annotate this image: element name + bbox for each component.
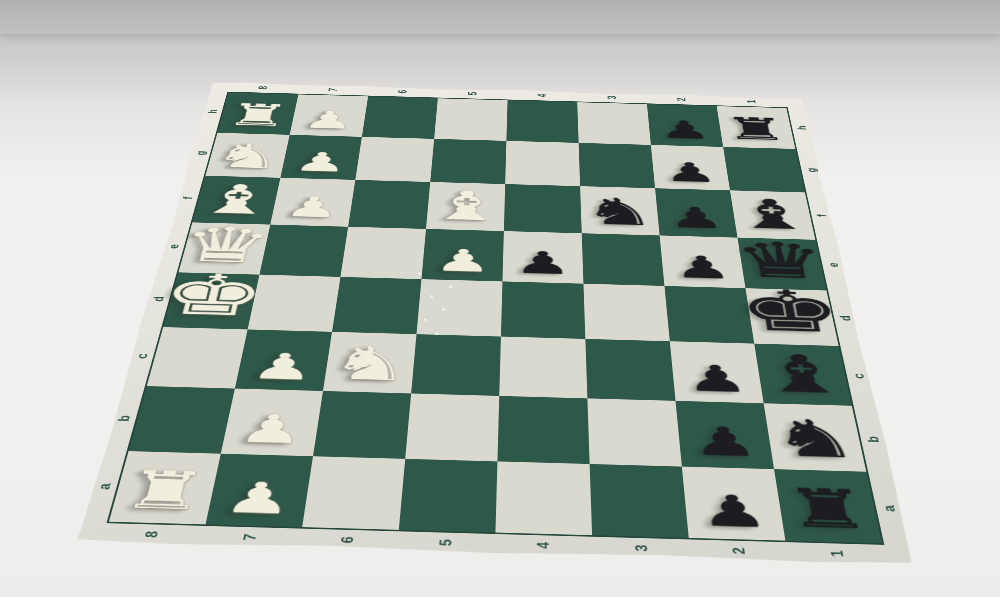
square-c7[interactable]: ♟ <box>235 329 332 391</box>
square-f2[interactable]: ♟ <box>655 188 737 237</box>
black-pawn[interactable]: ♟ <box>690 422 759 461</box>
square-h6[interactable] <box>362 96 438 138</box>
square-f3[interactable]: ♞ <box>580 186 659 235</box>
square-h2[interactable]: ♟ <box>647 104 723 147</box>
square-e5[interactable]: ♟ <box>421 229 503 282</box>
square-a7[interactable]: ♟ <box>206 453 314 527</box>
square-c2[interactable]: ♟ <box>670 341 764 403</box>
white-bishop[interactable]: ♝ <box>193 180 281 220</box>
white-pawn[interactable]: ♟ <box>282 193 342 221</box>
square-d5[interactable] <box>417 279 503 336</box>
board-grid: ♜♟♟♜♞♟♟♝♟♝♞♟♝♛♟♟♟♛♚♚♟♞♟♝♟♟♞♜♟♟♜ <box>106 92 884 545</box>
square-c5[interactable] <box>411 334 501 396</box>
square-g4[interactable] <box>505 141 580 186</box>
white-pawn[interactable]: ♟ <box>221 477 296 520</box>
chessboard: 87654321 87654321 hgfedcba hgfedcba ♜♟♟♜… <box>75 81 915 565</box>
square-g8[interactable]: ♞ <box>205 133 289 178</box>
square-g7[interactable]: ♟ <box>280 135 362 180</box>
square-f4[interactable] <box>504 184 582 233</box>
black-pawn[interactable]: ♟ <box>667 204 725 232</box>
square-h3[interactable] <box>577 102 651 144</box>
square-b4[interactable] <box>497 396 589 464</box>
white-bishop[interactable]: ♝ <box>426 186 506 226</box>
white-pawn[interactable]: ♟ <box>301 108 356 132</box>
square-c8[interactable] <box>147 327 248 389</box>
square-a6[interactable] <box>302 456 405 530</box>
square-c4[interactable] <box>499 336 587 398</box>
square-d3[interactable] <box>583 284 669 341</box>
square-a4[interactable] <box>495 461 592 535</box>
square-f6[interactable] <box>348 180 430 229</box>
board-rotation-wrap: 87654321 87654321 hgfedcba hgfedcba ♜♟♟♜… <box>62 0 958 597</box>
white-knight[interactable]: ♞ <box>327 341 413 387</box>
white-rook[interactable]: ♜ <box>223 101 292 131</box>
square-f7[interactable]: ♟ <box>270 178 355 227</box>
square-d4[interactable] <box>501 281 585 338</box>
square-b5[interactable] <box>405 393 499 461</box>
square-a1[interactable]: ♜ <box>774 469 882 544</box>
square-a8[interactable]: ♜ <box>109 451 221 525</box>
white-rook[interactable]: ♜ <box>117 465 212 517</box>
black-pawn[interactable]: ♟ <box>514 248 572 278</box>
square-h7[interactable]: ♟ <box>290 94 368 136</box>
square-g5[interactable] <box>430 139 506 184</box>
black-bishop[interactable]: ♝ <box>730 194 815 234</box>
square-e6[interactable] <box>340 226 426 279</box>
square-b6[interactable] <box>313 391 411 459</box>
square-h8[interactable]: ♜ <box>217 92 298 134</box>
square-a5[interactable] <box>399 458 498 532</box>
black-knight[interactable]: ♞ <box>768 414 861 465</box>
black-rook[interactable]: ♜ <box>782 483 875 536</box>
square-b7[interactable]: ♟ <box>221 389 323 456</box>
square-h1[interactable]: ♜ <box>717 106 796 149</box>
square-h4[interactable] <box>506 100 578 142</box>
square-c3[interactable] <box>585 339 675 401</box>
square-d8[interactable]: ♚ <box>163 272 259 329</box>
square-h5[interactable] <box>434 98 507 140</box>
square-b1[interactable]: ♞ <box>764 403 867 471</box>
square-g6[interactable] <box>355 137 434 182</box>
white-pawn[interactable]: ♟ <box>433 245 492 275</box>
square-g3[interactable] <box>579 143 655 189</box>
square-c1[interactable]: ♝ <box>754 343 852 405</box>
black-rook[interactable]: ♜ <box>722 114 790 144</box>
square-g1[interactable] <box>723 147 805 193</box>
black-pawn[interactable]: ♟ <box>663 159 719 185</box>
white-pawn[interactable]: ♟ <box>292 149 349 175</box>
black-bishop[interactable]: ♝ <box>754 348 852 399</box>
square-g2[interactable]: ♟ <box>651 145 730 191</box>
black-king[interactable]: ♚ <box>735 283 848 340</box>
square-c6[interactable]: ♞ <box>323 332 417 394</box>
square-e3[interactable] <box>582 233 665 286</box>
white-pawn[interactable]: ♟ <box>235 410 306 449</box>
black-pawn[interactable]: ♟ <box>697 490 770 533</box>
black-knight[interactable]: ♞ <box>583 194 657 231</box>
square-d6[interactable] <box>332 277 421 334</box>
photo-scene: 87654321 87654321 hgfedcba hgfedcba ♜♟♟♜… <box>0 0 1000 597</box>
square-a2[interactable]: ♟ <box>682 466 786 540</box>
black-pawn[interactable]: ♟ <box>672 252 733 283</box>
square-b8[interactable] <box>129 386 235 453</box>
square-d1[interactable]: ♚ <box>745 288 838 345</box>
square-b3[interactable] <box>587 398 681 466</box>
square-b2[interactable]: ♟ <box>676 401 774 469</box>
white-king[interactable]: ♚ <box>155 268 271 324</box>
white-knight[interactable]: ♞ <box>209 139 286 173</box>
square-e4[interactable]: ♟ <box>502 231 583 284</box>
square-a3[interactable] <box>590 464 689 538</box>
black-pawn[interactable]: ♟ <box>684 361 750 397</box>
black-pawn[interactable]: ♟ <box>658 118 712 143</box>
square-f5[interactable]: ♝ <box>426 182 505 231</box>
white-pawn[interactable]: ♟ <box>249 349 317 385</box>
